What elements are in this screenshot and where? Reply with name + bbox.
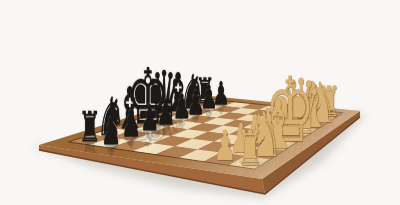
chess-photo: ♜♟♞♟♝♟♟♜♛♟♟♞♚♟♟♝♝♟♟♛♞♟♟♚♜♟♟♝♟♞♟♜ ♜♟♞♟♝♟♟… <box>0 0 400 205</box>
pieces-layer: ♜♟♞♟♝♟♟♜♛♟♟♞♚♟♟♝♝♟♟♛♞♟♟♚♜♟♟♝♟♞♟♜ <box>0 0 400 205</box>
